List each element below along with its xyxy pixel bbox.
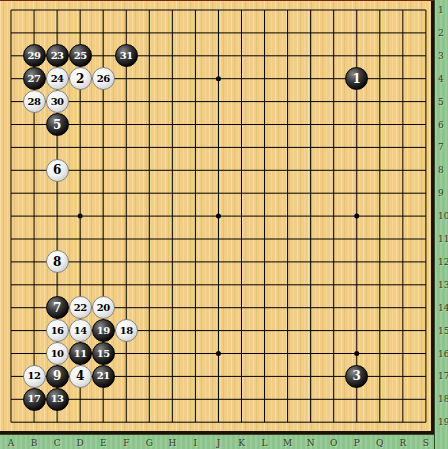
move-number: 12 [28, 371, 41, 381]
col-label-M: M [283, 439, 292, 448]
row-label-5: 5 [438, 97, 444, 106]
move-number: 6 [53, 164, 61, 176]
col-label-N: N [307, 439, 315, 448]
col-label-O: O [330, 439, 337, 448]
row-label-16: 16 [438, 349, 448, 358]
row-label-4: 4 [438, 74, 444, 83]
col-label-D: D [77, 439, 84, 448]
move-number: 18 [120, 326, 133, 336]
stone-white-8: 8 [46, 250, 69, 273]
move-number: 24 [51, 74, 64, 84]
row-label-15: 15 [438, 326, 448, 335]
stone-black-31: 31 [115, 44, 138, 67]
move-number: 17 [28, 394, 41, 404]
col-label-E: E [100, 439, 107, 448]
stone-black-23: 23 [46, 44, 69, 67]
row-label-12: 12 [438, 257, 448, 266]
move-number: 23 [51, 51, 64, 61]
move-number: 13 [51, 394, 64, 404]
move-number: 27 [28, 74, 41, 84]
stone-white-6: 6 [46, 159, 69, 182]
stone-white-26: 26 [92, 67, 115, 90]
row-label-3: 3 [438, 51, 444, 60]
col-label-P: P [354, 439, 360, 448]
row-label-8: 8 [438, 166, 444, 175]
stone-white-14: 14 [69, 319, 92, 342]
move-number: 25 [74, 51, 87, 61]
hoshi-point [216, 76, 221, 81]
row-label-7: 7 [438, 143, 444, 152]
stone-black-29: 29 [23, 44, 46, 67]
row-label-13: 13 [438, 280, 448, 289]
move-number: 31 [120, 51, 133, 61]
col-label-I: I [194, 439, 198, 448]
stone-black-15: 15 [92, 342, 115, 365]
stone-black-27: 27 [23, 67, 46, 90]
go-board[interactable]: 1234567891011121314151617181920212223242… [0, 1, 434, 434]
stone-black-25: 25 [69, 44, 92, 67]
stone-black-9: 9 [46, 365, 69, 388]
stone-white-4: 4 [69, 365, 92, 388]
stone-white-18: 18 [115, 319, 138, 342]
col-label-H: H [168, 439, 176, 448]
move-number: 22 [74, 303, 87, 313]
go-diagram-screen: 1234567891011121314151617181920212223242… [0, 0, 448, 449]
hoshi-point [216, 351, 221, 356]
stone-black-17: 17 [23, 388, 46, 411]
stone-white-12: 12 [23, 365, 46, 388]
col-label-Q: Q [376, 439, 383, 448]
row-label-17: 17 [438, 372, 448, 381]
move-number: 30 [51, 97, 64, 107]
move-number: 3 [353, 370, 361, 382]
move-number: 26 [97, 74, 110, 84]
col-label-S: S [423, 439, 429, 448]
col-label-C: C [54, 439, 61, 448]
move-number: 5 [53, 119, 61, 131]
stone-white-16: 16 [46, 319, 69, 342]
move-number: 29 [28, 51, 41, 61]
stone-black-3: 3 [345, 365, 368, 388]
move-number: 8 [53, 256, 61, 268]
row-label-18: 18 [438, 395, 448, 404]
col-label-B: B [31, 439, 38, 448]
stone-white-24: 24 [46, 67, 69, 90]
stone-white-10: 10 [46, 342, 69, 365]
col-label-K: K [238, 439, 245, 448]
row-label-11: 11 [438, 235, 448, 244]
move-number: 16 [51, 326, 64, 336]
stone-white-2: 2 [69, 67, 92, 90]
hoshi-point [354, 351, 359, 356]
row-label-19: 19 [438, 418, 448, 427]
col-label-L: L [262, 439, 268, 448]
row-label-10: 10 [438, 212, 448, 221]
move-number: 4 [76, 370, 84, 382]
stone-black-21: 21 [92, 365, 115, 388]
col-label-A: A [8, 439, 15, 448]
bottom-coordinate-band: ABCDEFGHIJKLMNOPQRS [0, 434, 434, 449]
col-label-G: G [146, 439, 153, 448]
move-number: 19 [97, 326, 110, 336]
hoshi-point [354, 214, 359, 219]
hoshi-point [216, 214, 221, 219]
move-number: 10 [51, 349, 64, 359]
stone-black-19: 19 [92, 319, 115, 342]
row-label-14: 14 [438, 303, 448, 312]
row-label-9: 9 [438, 189, 444, 198]
move-number: 15 [97, 349, 110, 359]
col-label-F: F [123, 439, 129, 448]
col-label-R: R [399, 439, 406, 448]
stone-white-22: 22 [69, 296, 92, 319]
move-number: 21 [97, 371, 110, 381]
stone-white-20: 20 [92, 296, 115, 319]
col-label-J: J [217, 439, 221, 448]
stone-white-28: 28 [23, 90, 46, 113]
stone-black-11: 11 [69, 342, 92, 365]
stone-black-5: 5 [46, 113, 69, 136]
row-label-2: 2 [438, 28, 444, 37]
move-number: 9 [53, 370, 61, 382]
move-number: 14 [74, 326, 87, 336]
stone-white-30: 30 [46, 90, 69, 113]
row-label-6: 6 [438, 120, 444, 129]
move-number: 7 [53, 302, 61, 314]
move-number: 28 [28, 97, 41, 107]
move-number: 11 [74, 349, 87, 359]
hoshi-point [78, 214, 83, 219]
move-number: 20 [97, 303, 110, 313]
stone-black-7: 7 [46, 296, 69, 319]
stone-black-13: 13 [46, 388, 69, 411]
move-number: 1 [353, 73, 361, 85]
move-number: 2 [76, 73, 84, 85]
right-coordinate-band: 12345678910111213141516171819 [434, 0, 448, 449]
row-label-1: 1 [438, 6, 444, 15]
